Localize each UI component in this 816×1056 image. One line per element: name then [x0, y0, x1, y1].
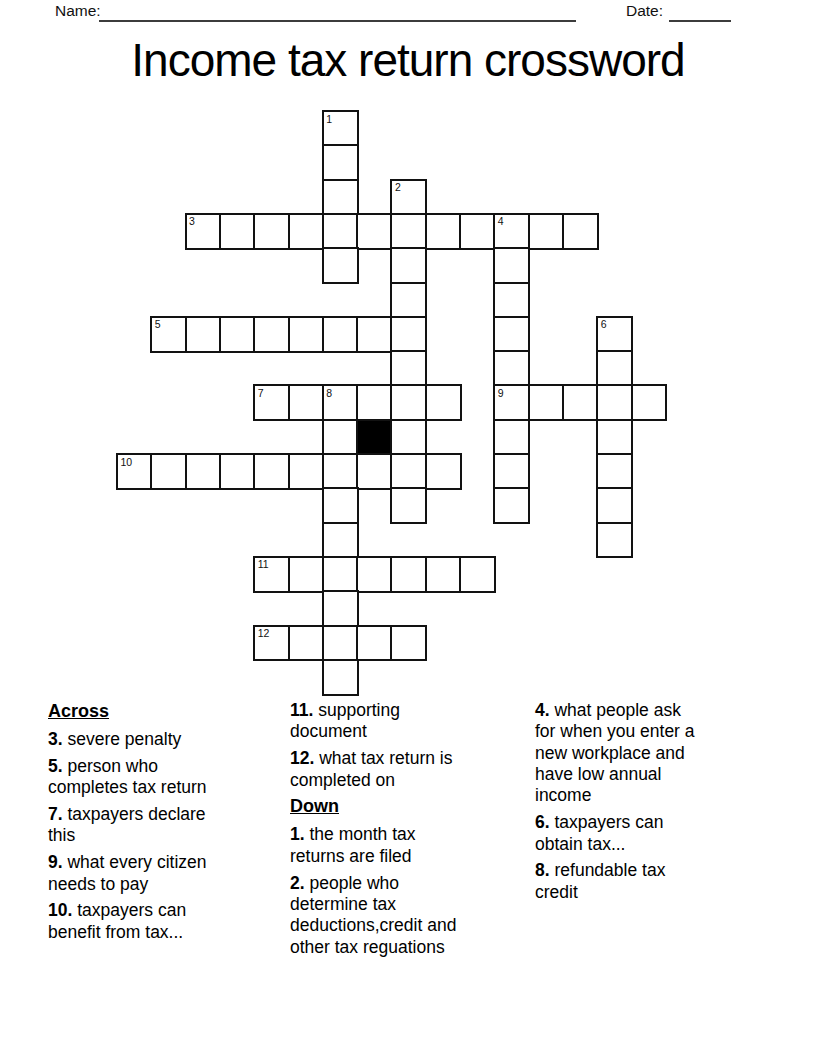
clue-down-8: 8. refundable tax credit	[535, 860, 755, 903]
crossword-cell[interactable]	[562, 384, 599, 421]
crossword-cell[interactable]	[493, 419, 530, 456]
crossword-cell[interactable]	[425, 213, 462, 250]
cell-number-6: 6	[601, 319, 607, 330]
crossword-cell[interactable]	[185, 453, 222, 490]
crossword-cell[interactable]	[390, 282, 427, 319]
clue-across-5: 5. person who completes tax return	[48, 756, 288, 799]
crossword-cell[interactable]	[493, 316, 530, 353]
crossword-cell[interactable]	[528, 213, 565, 250]
clue-across-11: 11. supporting document	[290, 700, 525, 743]
clue-number: 1.	[290, 824, 305, 844]
crossword-cell[interactable]	[322, 556, 359, 593]
name-input-line[interactable]	[99, 20, 576, 22]
cell-number-4: 4	[498, 216, 504, 227]
crossword-cell[interactable]	[322, 659, 359, 696]
crossword-cell[interactable]	[562, 213, 599, 250]
clues-column-3: 4. what people ask for when you enter a …	[535, 700, 755, 909]
crossword-cell[interactable]	[493, 247, 530, 284]
crossword-cell[interactable]	[322, 625, 359, 662]
clue-across-3: 3. severe penalty	[48, 729, 288, 750]
crossword-cell[interactable]	[493, 350, 530, 387]
crossword-cell[interactable]	[253, 453, 290, 490]
crossword-cell[interactable]	[390, 453, 427, 490]
cell-number-2: 2	[395, 182, 401, 193]
clue-down-1: 1. the month tax returns are filed	[290, 824, 525, 867]
puzzle-title: Income tax return crossword	[0, 33, 816, 87]
crossword-cell[interactable]	[459, 213, 496, 250]
cell-number-8: 8	[326, 388, 332, 399]
cell-number-1: 1	[326, 114, 332, 125]
crossword-cell[interactable]	[356, 556, 393, 593]
crossword-cell[interactable]	[631, 384, 668, 421]
clue-number: 11.	[290, 700, 313, 720]
clues-column-2: 11. supporting document12. what tax retu…	[290, 700, 525, 963]
crossword-cell[interactable]	[322, 522, 359, 559]
crossword-cell[interactable]	[459, 556, 496, 593]
crossword-cell[interactable]	[253, 316, 290, 353]
crossword-cell[interactable]	[390, 247, 427, 284]
clue-number: 9.	[48, 852, 63, 872]
crossword-cell[interactable]	[322, 316, 359, 353]
crossword-cell[interactable]	[425, 384, 462, 421]
crossword-cell[interactable]	[356, 213, 393, 250]
clue-number: 8.	[535, 860, 550, 880]
clue-down-4: 4. what people ask for when you enter a …	[535, 700, 755, 807]
crossword-cell[interactable]	[596, 487, 633, 524]
crossword-cell[interactable]	[288, 556, 325, 593]
clue-number: 4.	[535, 700, 550, 720]
crossword-cell[interactable]	[322, 179, 359, 216]
crossword-cell[interactable]	[322, 213, 359, 250]
crossword-cell[interactable]	[322, 590, 359, 627]
crossword-cell[interactable]	[390, 213, 427, 250]
crossword-cell[interactable]	[288, 316, 325, 353]
crossword-cell[interactable]	[322, 247, 359, 284]
crossword-cell[interactable]	[596, 453, 633, 490]
crossword-cell[interactable]	[253, 213, 290, 250]
crossword-cell[interactable]	[322, 144, 359, 181]
crossword-cell[interactable]	[288, 625, 325, 662]
date-label: Date:	[626, 2, 663, 20]
crossword-cell[interactable]	[185, 316, 222, 353]
crossword-cell[interactable]	[390, 625, 427, 662]
crossword-cell[interactable]	[219, 453, 256, 490]
cell-number-12: 12	[258, 628, 270, 639]
crossword-cell[interactable]	[219, 316, 256, 353]
clue-across-10: 10. taxpayers can benefit from tax...	[48, 900, 288, 943]
crossword-cell[interactable]	[425, 453, 462, 490]
crossword-cell[interactable]	[356, 384, 393, 421]
crossword-cell[interactable]	[528, 384, 565, 421]
crossword-cell[interactable]	[322, 453, 359, 490]
crossword-cell[interactable]	[219, 213, 256, 250]
crossword-cell[interactable]	[596, 384, 633, 421]
crossword-cell[interactable]	[596, 522, 633, 559]
cell-number-11: 11	[258, 559, 269, 570]
name-label: Name:	[55, 2, 101, 20]
across-heading: Across	[48, 701, 288, 723]
crossword-cell[interactable]	[322, 487, 359, 524]
crossword-cell[interactable]	[288, 453, 325, 490]
crossword-cell[interactable]	[493, 453, 530, 490]
crossword-cell[interactable]	[390, 487, 427, 524]
clue-number: 7.	[48, 804, 63, 824]
cell-number-9: 9	[498, 388, 504, 399]
cell-number-7: 7	[258, 388, 264, 399]
crossword-cell[interactable]	[596, 350, 633, 387]
date-input-line[interactable]	[669, 20, 731, 22]
crossword-cell[interactable]	[322, 419, 359, 456]
clue-across-9: 9. what every citizen needs to pay	[48, 852, 288, 895]
crossword-cell[interactable]	[390, 384, 427, 421]
crossword-cell[interactable]	[390, 316, 427, 353]
crossword-cell[interactable]	[356, 453, 393, 490]
clue-number: 12.	[290, 748, 314, 768]
down-heading: Down	[290, 796, 525, 818]
crossword-cell[interactable]	[390, 556, 427, 593]
clue-number: 6.	[535, 812, 550, 832]
crossword-cell[interactable]	[150, 453, 187, 490]
clue-number: 2.	[290, 873, 305, 893]
crossword-cell[interactable]	[596, 419, 633, 456]
clue-across-7: 7. taxpayers declare this	[48, 804, 288, 847]
cell-number-3: 3	[189, 216, 195, 227]
crossword-cell[interactable]	[356, 625, 393, 662]
crossword-cell[interactable]	[390, 419, 427, 456]
crossword-cell[interactable]	[288, 213, 325, 250]
crossword-cell[interactable]	[425, 556, 462, 593]
crossword-cell[interactable]	[390, 350, 427, 387]
crossword-grid: 123456789101112	[116, 110, 668, 698]
cell-number-5: 5	[155, 319, 161, 330]
clue-down-2: 2. people who determine tax deductions,c…	[290, 873, 525, 958]
clue-number: 5.	[48, 756, 63, 776]
crossword-cell[interactable]	[288, 384, 325, 421]
crossword-cell[interactable]	[493, 282, 530, 319]
cell-number-10: 10	[121, 457, 133, 468]
black-cell	[356, 419, 393, 456]
clue-across-12: 12. what tax return is completed on	[290, 748, 525, 791]
clue-down-6: 6. taxpayers can obtain tax...	[535, 812, 755, 855]
crossword-cell[interactable]	[356, 316, 393, 353]
clue-number: 3.	[48, 729, 63, 749]
worksheet-page: Name: Date: Income tax return crossword …	[0, 0, 816, 1056]
clue-number: 10.	[48, 900, 72, 920]
clues-column-1: Across3. severe penalty5. person who com…	[48, 700, 288, 949]
crossword-cell[interactable]	[493, 487, 530, 524]
